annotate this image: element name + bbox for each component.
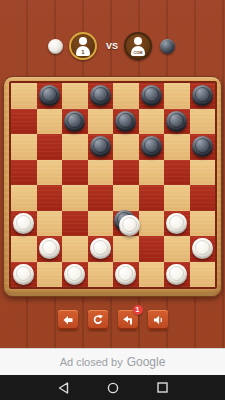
white-piece[interactable] bbox=[192, 238, 213, 259]
black-piece[interactable] bbox=[141, 136, 162, 157]
cell-r3c6[interactable] bbox=[164, 160, 190, 186]
board-frame bbox=[3, 76, 222, 297]
player1-avatar: 1 bbox=[69, 32, 97, 60]
ad-closed-text: Ad closed by bbox=[60, 356, 123, 368]
cell-r5c5 bbox=[139, 211, 165, 237]
cell-r4c6 bbox=[164, 185, 190, 211]
black-piece[interactable] bbox=[141, 85, 162, 106]
cell-r2c2 bbox=[62, 134, 88, 160]
white-piece[interactable] bbox=[166, 264, 187, 285]
black-piece[interactable] bbox=[90, 85, 111, 106]
cell-r6c4 bbox=[113, 236, 139, 262]
white-piece[interactable] bbox=[115, 264, 136, 285]
cell-r3c2[interactable] bbox=[62, 160, 88, 186]
cell-r5c1 bbox=[37, 211, 63, 237]
nav-home-icon[interactable] bbox=[107, 382, 119, 394]
cell-r7c7 bbox=[190, 262, 216, 288]
white-piece[interactable] bbox=[39, 238, 60, 259]
cell-r5c2[interactable] bbox=[62, 211, 88, 237]
nav-recents-icon[interactable] bbox=[157, 382, 168, 393]
undo-button[interactable]: 1 bbox=[118, 310, 138, 330]
cell-r7c4[interactable] bbox=[113, 262, 139, 288]
nav-back-icon[interactable] bbox=[58, 382, 69, 394]
checkers-app: 1 VS COM 1 bbox=[0, 0, 225, 400]
cell-r6c1[interactable] bbox=[37, 236, 63, 262]
cell-r1c0[interactable] bbox=[11, 109, 37, 135]
cell-r7c5 bbox=[139, 262, 165, 288]
ad-banner[interactable]: Ad closed by Google bbox=[0, 348, 225, 375]
cell-r5c6[interactable] bbox=[164, 211, 190, 237]
cell-r5c3 bbox=[88, 211, 114, 237]
cell-r3c1 bbox=[37, 160, 63, 186]
cell-r0c6 bbox=[164, 83, 190, 109]
cell-r7c0[interactable] bbox=[11, 262, 37, 288]
restart-button[interactable] bbox=[88, 310, 108, 330]
cell-r3c4[interactable] bbox=[113, 160, 139, 186]
cell-r7c3 bbox=[88, 262, 114, 288]
speaker-icon bbox=[152, 314, 164, 326]
cell-r6c2 bbox=[62, 236, 88, 262]
white-piece[interactable] bbox=[90, 238, 111, 259]
black-piece[interactable] bbox=[166, 111, 187, 132]
back-button[interactable] bbox=[58, 310, 78, 330]
white-piece-jumping[interactable] bbox=[119, 215, 140, 236]
cell-r0c7[interactable] bbox=[190, 83, 216, 109]
cell-r2c3[interactable] bbox=[88, 134, 114, 160]
cell-r2c4 bbox=[113, 134, 139, 160]
back-arrow-icon bbox=[62, 314, 74, 326]
checkers-board bbox=[9, 81, 217, 289]
cell-r0c3[interactable] bbox=[88, 83, 114, 109]
cell-r6c0 bbox=[11, 236, 37, 262]
vs-label: VS bbox=[100, 41, 124, 51]
cell-r3c0[interactable] bbox=[11, 160, 37, 186]
cell-r4c3[interactable] bbox=[88, 185, 114, 211]
cell-r1c1 bbox=[37, 109, 63, 135]
cell-r1c4[interactable] bbox=[113, 109, 139, 135]
cell-r0c1[interactable] bbox=[37, 83, 63, 109]
player2-side-piece bbox=[160, 39, 175, 54]
cell-r6c6 bbox=[164, 236, 190, 262]
cell-r7c2[interactable] bbox=[62, 262, 88, 288]
cell-r4c2 bbox=[62, 185, 88, 211]
toolbar: 1 bbox=[0, 310, 225, 330]
cell-r2c7[interactable] bbox=[190, 134, 216, 160]
undo-count-badge: 1 bbox=[133, 305, 143, 315]
black-piece[interactable] bbox=[115, 111, 136, 132]
player2-label: COM bbox=[126, 51, 150, 55]
black-piece[interactable] bbox=[192, 85, 213, 106]
person-icon bbox=[79, 37, 87, 45]
cell-r5c7 bbox=[190, 211, 216, 237]
cell-r1c5 bbox=[139, 109, 165, 135]
cell-r6c5[interactable] bbox=[139, 236, 165, 262]
cell-r5c0[interactable] bbox=[11, 211, 37, 237]
black-piece[interactable] bbox=[39, 85, 60, 106]
cell-r4c0 bbox=[11, 185, 37, 211]
cell-r5c4[interactable] bbox=[113, 211, 139, 237]
cell-r2c0 bbox=[11, 134, 37, 160]
cell-r4c5[interactable] bbox=[139, 185, 165, 211]
cell-r2c5[interactable] bbox=[139, 134, 165, 160]
white-piece[interactable] bbox=[166, 213, 187, 234]
restart-icon bbox=[92, 314, 104, 326]
player2-avatar: COM bbox=[124, 32, 152, 60]
sound-button[interactable] bbox=[148, 310, 168, 330]
person-icon bbox=[134, 37, 142, 45]
cell-r2c6 bbox=[164, 134, 190, 160]
player1-label: 1 bbox=[71, 49, 95, 55]
cell-r1c7 bbox=[190, 109, 216, 135]
white-piece[interactable] bbox=[13, 213, 34, 234]
cell-r4c4 bbox=[113, 185, 139, 211]
player1-side-piece bbox=[48, 39, 63, 54]
black-piece[interactable] bbox=[90, 136, 111, 157]
black-piece[interactable] bbox=[64, 111, 85, 132]
cell-r4c1[interactable] bbox=[37, 185, 63, 211]
android-nav-bar bbox=[0, 375, 225, 400]
cell-r2c1[interactable] bbox=[37, 134, 63, 160]
cell-r1c6[interactable] bbox=[164, 109, 190, 135]
cell-r7c1 bbox=[37, 262, 63, 288]
cell-r0c0 bbox=[11, 83, 37, 109]
google-logo: Google bbox=[127, 355, 166, 369]
cell-r6c7[interactable] bbox=[190, 236, 216, 262]
cell-r7c6[interactable] bbox=[164, 262, 190, 288]
cell-r0c4 bbox=[113, 83, 139, 109]
cell-r3c3 bbox=[88, 160, 114, 186]
cell-r1c2[interactable] bbox=[62, 109, 88, 135]
cell-r4c7[interactable] bbox=[190, 185, 216, 211]
white-piece[interactable] bbox=[64, 264, 85, 285]
cell-r3c7 bbox=[190, 160, 216, 186]
cell-r0c5[interactable] bbox=[139, 83, 165, 109]
undo-icon bbox=[122, 314, 134, 326]
black-piece[interactable] bbox=[192, 136, 213, 157]
cell-r3c5 bbox=[139, 160, 165, 186]
cell-r6c3[interactable] bbox=[88, 236, 114, 262]
cell-r1c3 bbox=[88, 109, 114, 135]
cell-r0c2 bbox=[62, 83, 88, 109]
white-piece[interactable] bbox=[13, 264, 34, 285]
